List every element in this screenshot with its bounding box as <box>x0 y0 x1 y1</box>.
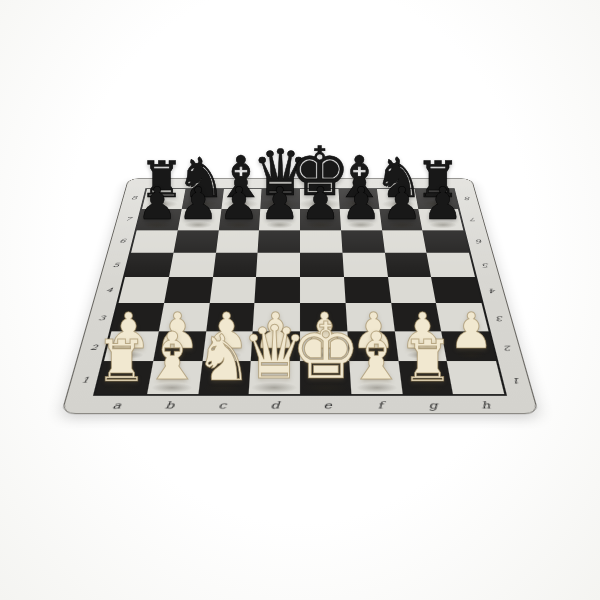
photo-scene: abcdefgh1122334455667788 ♜♞♝♛♚♝♞♜♟♟♟♟♟♟♟… <box>0 0 600 600</box>
black-pawn-d7[interactable]: ♟ <box>259 182 299 227</box>
white-rook-a1[interactable]: ♜ <box>96 332 148 389</box>
white-bishop-b1[interactable]: ♝ <box>143 324 202 390</box>
black-pawn-c7[interactable]: ♟ <box>219 182 259 227</box>
black-pawn-h7[interactable]: ♟ <box>423 182 463 227</box>
black-pawn-f7[interactable]: ♟ <box>341 182 381 227</box>
black-pawn-a7[interactable]: ♟ <box>137 182 177 227</box>
white-rook-g1[interactable]: ♜ <box>402 332 454 389</box>
pieces-layer: ♜♞♝♛♚♝♞♜♟♟♟♟♟♟♟♟♟♟♟♟♟♟♟♟♜♝♞♛♚♝♜ <box>0 0 600 600</box>
white-bishop-f1[interactable]: ♝ <box>347 324 406 390</box>
black-pawn-g7[interactable]: ♟ <box>382 182 422 227</box>
white-pawn-h2[interactable]: ♟ <box>449 307 494 357</box>
black-pawn-e7[interactable]: ♟ <box>300 182 340 227</box>
black-pawn-b7[interactable]: ♟ <box>178 182 218 227</box>
